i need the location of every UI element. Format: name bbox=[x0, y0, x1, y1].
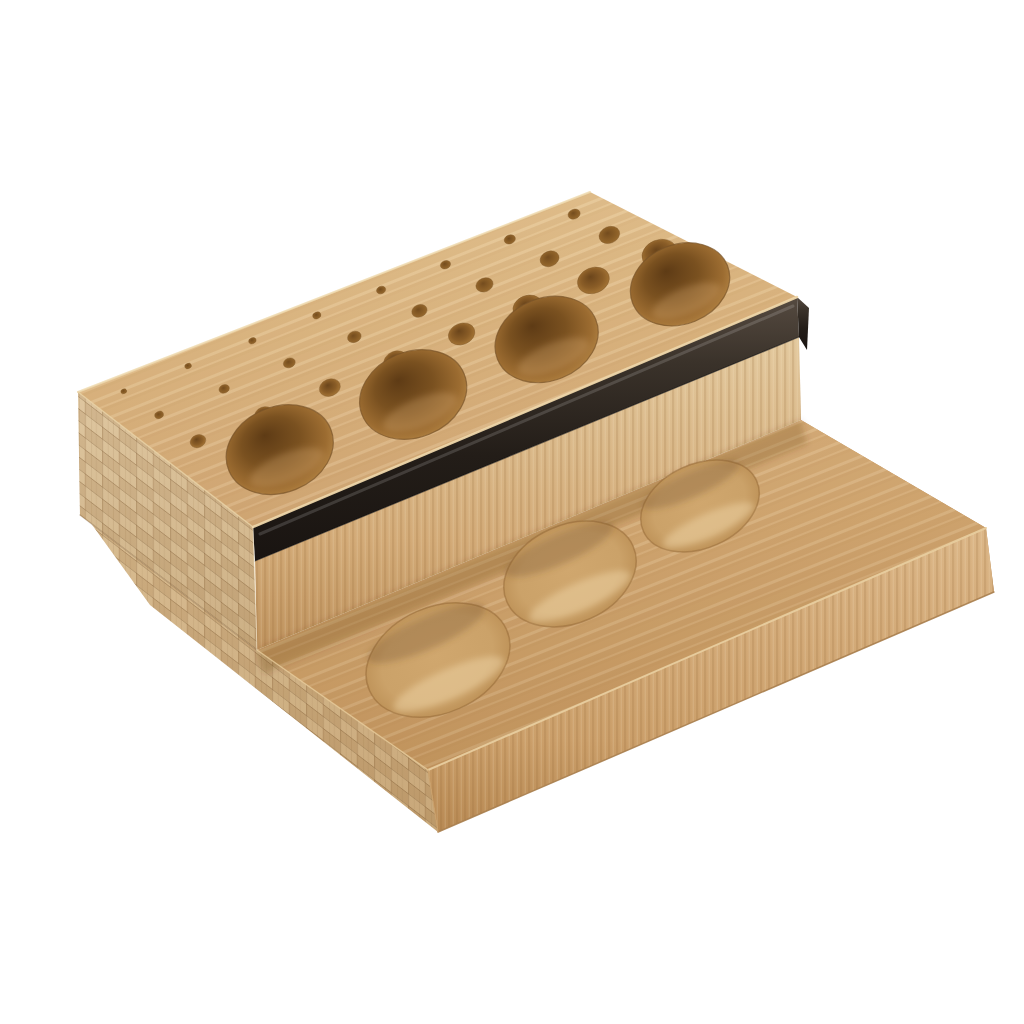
product-photo-canvas bbox=[0, 0, 1024, 1024]
bamboo-organizer bbox=[78, 192, 994, 832]
bamboo-organizer-photo bbox=[0, 0, 1024, 1024]
